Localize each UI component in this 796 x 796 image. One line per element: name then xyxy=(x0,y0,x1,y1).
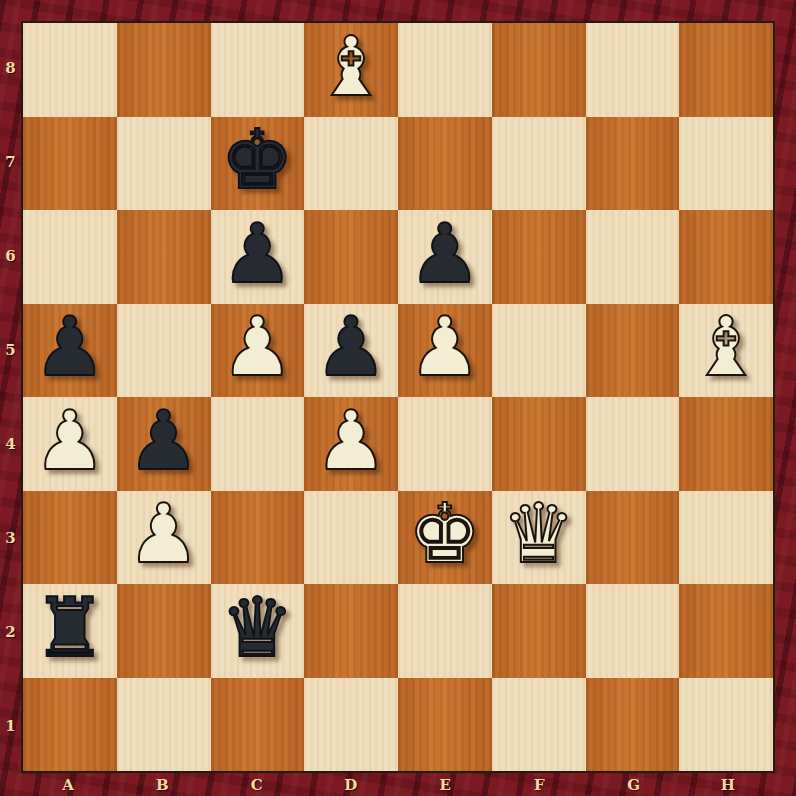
square-h6[interactable] xyxy=(679,210,773,304)
square-e6[interactable]: ♟ xyxy=(398,210,492,304)
square-c3[interactable] xyxy=(211,491,305,585)
square-c1[interactable] xyxy=(211,678,305,772)
chess-board: ♝♚♟♟♟♟♟♟♝♟♟♟♟♚♛♜♛ xyxy=(21,21,775,773)
square-d2[interactable] xyxy=(304,584,398,678)
rank-label-7: 7 xyxy=(0,115,21,209)
square-h4[interactable] xyxy=(679,397,773,491)
square-d5[interactable]: ♟ xyxy=(304,304,398,398)
square-g3[interactable] xyxy=(586,491,680,585)
piece-white-queen[interactable]: ♛ xyxy=(502,493,576,575)
square-h2[interactable] xyxy=(679,584,773,678)
piece-black-queen[interactable]: ♛ xyxy=(221,587,295,669)
piece-black-pawn[interactable]: ♟ xyxy=(33,306,107,388)
piece-black-pawn[interactable]: ♟ xyxy=(314,306,388,388)
file-label-e: E xyxy=(398,773,492,796)
square-g8[interactable] xyxy=(586,23,680,117)
square-c5[interactable]: ♟ xyxy=(211,304,305,398)
piece-white-pawn[interactable]: ♟ xyxy=(314,400,388,482)
square-f5[interactable] xyxy=(492,304,586,398)
square-c6[interactable]: ♟ xyxy=(211,210,305,304)
file-label-d: D xyxy=(304,773,398,796)
square-d4[interactable]: ♟ xyxy=(304,397,398,491)
square-f6[interactable] xyxy=(492,210,586,304)
square-d7[interactable] xyxy=(304,117,398,211)
piece-white-pawn[interactable]: ♟ xyxy=(408,306,482,388)
piece-black-pawn[interactable]: ♟ xyxy=(408,213,482,295)
square-g1[interactable] xyxy=(586,678,680,772)
square-c2[interactable]: ♛ xyxy=(211,584,305,678)
rank-label-4: 4 xyxy=(0,397,21,491)
square-g5[interactable] xyxy=(586,304,680,398)
chess-board-frame: ♝♚♟♟♟♟♟♟♝♟♟♟♟♚♛♜♛ 87654321 ABCDEFGH xyxy=(0,0,796,796)
square-e5[interactable]: ♟ xyxy=(398,304,492,398)
piece-white-bishop[interactable]: ♝ xyxy=(314,26,388,108)
piece-white-bishop[interactable]: ♝ xyxy=(689,306,763,388)
file-label-a: A xyxy=(21,773,115,796)
square-d6[interactable] xyxy=(304,210,398,304)
square-g6[interactable] xyxy=(586,210,680,304)
square-b4[interactable]: ♟ xyxy=(117,397,211,491)
square-g7[interactable] xyxy=(586,117,680,211)
piece-white-pawn[interactable]: ♟ xyxy=(127,493,201,575)
square-h1[interactable] xyxy=(679,678,773,772)
square-a2[interactable]: ♜ xyxy=(23,584,117,678)
square-h7[interactable] xyxy=(679,117,773,211)
square-a5[interactable]: ♟ xyxy=(23,304,117,398)
square-g4[interactable] xyxy=(586,397,680,491)
square-f8[interactable] xyxy=(492,23,586,117)
square-f7[interactable] xyxy=(492,117,586,211)
square-h8[interactable] xyxy=(679,23,773,117)
file-label-b: B xyxy=(115,773,209,796)
piece-black-king[interactable]: ♚ xyxy=(221,119,295,201)
piece-black-pawn[interactable]: ♟ xyxy=(127,400,201,482)
rank-label-5: 5 xyxy=(0,303,21,397)
piece-black-pawn[interactable]: ♟ xyxy=(221,213,295,295)
square-f4[interactable] xyxy=(492,397,586,491)
file-labels: ABCDEFGH xyxy=(21,773,775,796)
square-h3[interactable] xyxy=(679,491,773,585)
square-e7[interactable] xyxy=(398,117,492,211)
square-d1[interactable] xyxy=(304,678,398,772)
square-g2[interactable] xyxy=(586,584,680,678)
square-a1[interactable] xyxy=(23,678,117,772)
file-label-g: G xyxy=(587,773,681,796)
square-h5[interactable]: ♝ xyxy=(679,304,773,398)
square-b2[interactable] xyxy=(117,584,211,678)
rank-label-1: 1 xyxy=(0,679,21,773)
square-b7[interactable] xyxy=(117,117,211,211)
square-f3[interactable]: ♛ xyxy=(492,491,586,585)
square-c8[interactable] xyxy=(211,23,305,117)
square-c4[interactable] xyxy=(211,397,305,491)
square-b6[interactable] xyxy=(117,210,211,304)
square-e1[interactable] xyxy=(398,678,492,772)
square-a3[interactable] xyxy=(23,491,117,585)
rank-label-3: 3 xyxy=(0,491,21,585)
square-a8[interactable] xyxy=(23,23,117,117)
file-label-f: F xyxy=(492,773,586,796)
square-e2[interactable] xyxy=(398,584,492,678)
square-f2[interactable] xyxy=(492,584,586,678)
square-b3[interactable]: ♟ xyxy=(117,491,211,585)
square-a6[interactable] xyxy=(23,210,117,304)
square-e4[interactable] xyxy=(398,397,492,491)
square-d3[interactable] xyxy=(304,491,398,585)
square-b8[interactable] xyxy=(117,23,211,117)
square-a4[interactable]: ♟ xyxy=(23,397,117,491)
square-e8[interactable] xyxy=(398,23,492,117)
piece-white-pawn[interactable]: ♟ xyxy=(221,306,295,388)
rank-label-8: 8 xyxy=(0,21,21,115)
rank-label-6: 6 xyxy=(0,209,21,303)
square-d8[interactable]: ♝ xyxy=(304,23,398,117)
square-f1[interactable] xyxy=(492,678,586,772)
piece-black-rook[interactable]: ♜ xyxy=(33,587,107,669)
square-a7[interactable] xyxy=(23,117,117,211)
square-b5[interactable] xyxy=(117,304,211,398)
piece-white-pawn[interactable]: ♟ xyxy=(33,400,107,482)
file-label-c: C xyxy=(210,773,304,796)
piece-white-king[interactable]: ♚ xyxy=(408,493,482,575)
square-b1[interactable] xyxy=(117,678,211,772)
file-label-h: H xyxy=(681,773,775,796)
square-e3[interactable]: ♚ xyxy=(398,491,492,585)
rank-label-2: 2 xyxy=(0,585,21,679)
square-c7[interactable]: ♚ xyxy=(211,117,305,211)
rank-labels: 87654321 xyxy=(0,21,21,773)
